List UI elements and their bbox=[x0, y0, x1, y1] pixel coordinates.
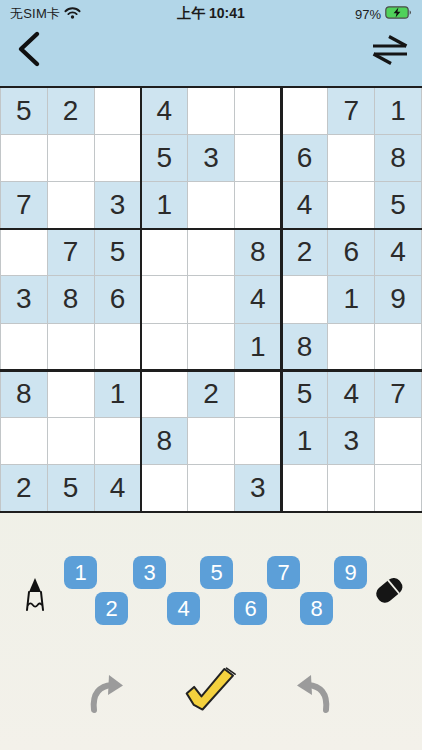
cell-r5c3[interactable]: 6 bbox=[95, 276, 141, 322]
redo-button[interactable] bbox=[86, 672, 124, 714]
cell-r2c6[interactable] bbox=[235, 135, 281, 181]
cell-r8c7[interactable]: 1 bbox=[282, 418, 328, 464]
cell-r1c5[interactable] bbox=[188, 88, 234, 134]
cell-r9c4[interactable] bbox=[141, 465, 187, 511]
cell-r9c7[interactable] bbox=[282, 465, 328, 511]
cell-r4c2[interactable]: 7 bbox=[48, 229, 94, 275]
cell-r7c4[interactable] bbox=[141, 371, 187, 417]
swap-arrows-icon bbox=[370, 54, 410, 69]
check-mark-icon bbox=[182, 702, 238, 717]
cell-r1c9[interactable]: 1 bbox=[375, 88, 421, 134]
cell-r8c2[interactable] bbox=[48, 418, 94, 464]
wifi-icon bbox=[64, 5, 81, 23]
cell-r5c5[interactable] bbox=[188, 276, 234, 322]
eraser-button[interactable] bbox=[368, 568, 410, 612]
status-left: 无SIM卡 bbox=[10, 5, 81, 23]
cell-r7c9[interactable]: 7 bbox=[375, 371, 421, 417]
number-button-7[interactable]: 7 bbox=[267, 556, 300, 589]
cell-r2c9[interactable]: 8 bbox=[375, 135, 421, 181]
cell-r1c8[interactable]: 7 bbox=[328, 88, 374, 134]
cell-r5c2[interactable]: 8 bbox=[48, 276, 94, 322]
check-button[interactable] bbox=[182, 664, 238, 714]
redo-arrow-icon bbox=[86, 702, 124, 717]
undo-button[interactable] bbox=[296, 672, 334, 714]
cell-r3c1[interactable]: 7 bbox=[1, 182, 47, 228]
cell-r1c4[interactable]: 4 bbox=[141, 88, 187, 134]
pencil-mode-button[interactable] bbox=[20, 576, 50, 618]
number-button-1[interactable]: 1 bbox=[64, 556, 97, 589]
cell-r5c8[interactable]: 1 bbox=[328, 276, 374, 322]
cell-r8c6[interactable] bbox=[235, 418, 281, 464]
cell-r4c3[interactable]: 5 bbox=[95, 229, 141, 275]
cell-r8c5[interactable] bbox=[188, 418, 234, 464]
cell-r2c5[interactable]: 3 bbox=[188, 135, 234, 181]
cell-r6c7[interactable]: 8 bbox=[282, 324, 328, 370]
cell-r6c1[interactable] bbox=[1, 324, 47, 370]
number-button-6[interactable]: 6 bbox=[234, 592, 267, 625]
cell-r9c6[interactable]: 3 bbox=[235, 465, 281, 511]
cell-r9c9[interactable] bbox=[375, 465, 421, 511]
cell-r4c7[interactable]: 2 bbox=[282, 229, 328, 275]
clock-label: 上午 10:41 bbox=[177, 5, 245, 23]
cell-r1c6[interactable] bbox=[235, 88, 281, 134]
cell-r4c1[interactable] bbox=[1, 229, 47, 275]
cell-r6c6[interactable]: 1 bbox=[235, 324, 281, 370]
cell-r2c3[interactable] bbox=[95, 135, 141, 181]
battery-percent-label: 97% bbox=[355, 7, 381, 22]
cell-r6c9[interactable] bbox=[375, 324, 421, 370]
cell-r4c4[interactable] bbox=[141, 229, 187, 275]
cell-r2c7[interactable]: 6 bbox=[282, 135, 328, 181]
cell-r7c3[interactable]: 1 bbox=[95, 371, 141, 417]
cell-r3c3[interactable]: 3 bbox=[95, 182, 141, 228]
cell-r2c1[interactable] bbox=[1, 135, 47, 181]
cell-r7c6[interactable] bbox=[235, 371, 281, 417]
cell-r7c1[interactable]: 8 bbox=[1, 371, 47, 417]
cell-r1c7[interactable] bbox=[282, 88, 328, 134]
undo-arrow-icon bbox=[296, 702, 334, 717]
cell-r8c9[interactable] bbox=[375, 418, 421, 464]
number-button-2[interactable]: 2 bbox=[95, 592, 128, 625]
cell-r4c6[interactable]: 8 bbox=[235, 229, 281, 275]
cell-r3c7[interactable]: 4 bbox=[282, 182, 328, 228]
cell-r2c4[interactable]: 5 bbox=[141, 135, 187, 181]
carrier-label: 无SIM卡 bbox=[10, 5, 60, 23]
cell-r8c8[interactable]: 3 bbox=[328, 418, 374, 464]
nav-bar bbox=[0, 26, 422, 82]
cell-r3c9[interactable]: 5 bbox=[375, 182, 421, 228]
pencil-icon bbox=[21, 606, 49, 621]
cell-r7c2[interactable] bbox=[48, 371, 94, 417]
cell-r9c2[interactable]: 5 bbox=[48, 465, 94, 511]
cell-r4c9[interactable]: 4 bbox=[375, 229, 421, 275]
cell-r5c1[interactable]: 3 bbox=[1, 276, 47, 322]
cell-r6c3[interactable] bbox=[95, 324, 141, 370]
number-button-9[interactable]: 9 bbox=[334, 556, 367, 589]
cell-r3c2[interactable] bbox=[48, 182, 94, 228]
cell-r4c5[interactable] bbox=[188, 229, 234, 275]
cell-r1c1[interactable]: 5 bbox=[1, 88, 47, 134]
cell-r3c8[interactable] bbox=[328, 182, 374, 228]
cell-r9c3[interactable]: 4 bbox=[95, 465, 141, 511]
number-button-4[interactable]: 4 bbox=[167, 592, 200, 625]
sudoku-grid: 5247153687314575826438641918812547813254… bbox=[0, 88, 422, 511]
eraser-icon bbox=[368, 600, 410, 615]
sudoku-board: 5247153687314575826438641918812547813254… bbox=[0, 86, 422, 513]
header: 无SIM卡 上午 10:41 97% bbox=[0, 0, 422, 86]
number-button-5[interactable]: 5 bbox=[200, 556, 233, 589]
cell-r6c5[interactable] bbox=[188, 324, 234, 370]
cell-r9c8[interactable] bbox=[328, 465, 374, 511]
cell-r8c1[interactable] bbox=[1, 418, 47, 464]
number-button-3[interactable]: 3 bbox=[133, 556, 166, 589]
cell-r6c2[interactable] bbox=[48, 324, 94, 370]
cell-r5c6[interactable]: 4 bbox=[235, 276, 281, 322]
cell-r5c7[interactable] bbox=[282, 276, 328, 322]
cell-r1c2[interactable]: 2 bbox=[48, 88, 94, 134]
cell-r3c6[interactable] bbox=[235, 182, 281, 228]
cell-r9c1[interactable]: 2 bbox=[1, 465, 47, 511]
cell-r5c4[interactable] bbox=[141, 276, 187, 322]
cell-r3c5[interactable] bbox=[188, 182, 234, 228]
cell-r7c8[interactable]: 4 bbox=[328, 371, 374, 417]
swap-button[interactable] bbox=[368, 32, 412, 68]
cell-r6c8[interactable] bbox=[328, 324, 374, 370]
cell-r7c5[interactable]: 2 bbox=[188, 371, 234, 417]
number-button-8[interactable]: 8 bbox=[300, 592, 333, 625]
screen: 无SIM卡 上午 10:41 97% bbox=[0, 0, 422, 750]
cell-r4c8[interactable]: 6 bbox=[328, 229, 374, 275]
cell-r2c8[interactable] bbox=[328, 135, 374, 181]
cell-r2c2[interactable] bbox=[48, 135, 94, 181]
cell-r7c7[interactable]: 5 bbox=[282, 371, 328, 417]
cell-r6c4[interactable] bbox=[141, 324, 187, 370]
cell-r8c3[interactable] bbox=[95, 418, 141, 464]
cell-r9c5[interactable] bbox=[188, 465, 234, 511]
status-bar: 无SIM卡 上午 10:41 97% bbox=[0, 4, 422, 24]
status-right: 97% bbox=[355, 5, 412, 23]
cell-r1c3[interactable] bbox=[95, 88, 141, 134]
back-chevron-icon bbox=[15, 56, 43, 71]
cell-r8c4[interactable]: 8 bbox=[141, 418, 187, 464]
cell-r5c9[interactable]: 9 bbox=[375, 276, 421, 322]
cell-r3c4[interactable]: 1 bbox=[141, 182, 187, 228]
battery-charging-icon bbox=[385, 5, 412, 23]
back-button[interactable] bbox=[12, 28, 46, 70]
